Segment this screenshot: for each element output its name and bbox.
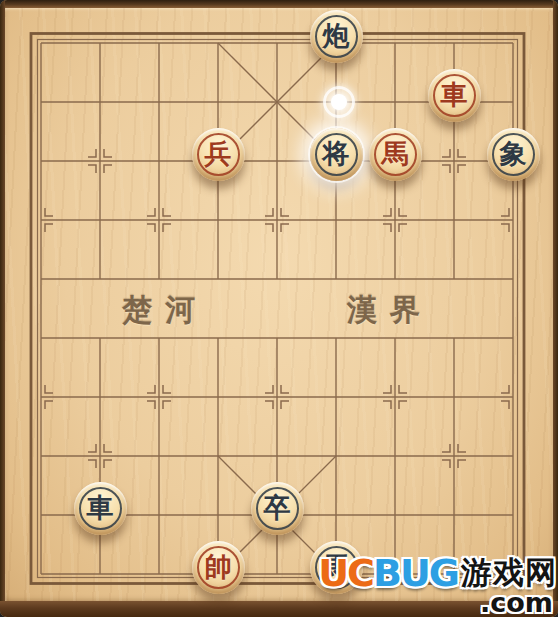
red-soldier[interactable]: 兵 — [192, 128, 245, 181]
black-soldier[interactable]: 卒 — [251, 482, 304, 535]
red-horse-glyph: 馬 — [382, 140, 409, 167]
last-move-indicator[interactable] — [323, 86, 355, 118]
black-elephant-glyph: 象 — [500, 140, 527, 167]
black-general[interactable]: 将 — [310, 128, 363, 181]
black-horse-glyph: 馬 — [323, 553, 350, 580]
black-soldier-glyph: 卒 — [264, 494, 291, 521]
red-chariot-glyph: 車 — [441, 81, 468, 108]
black-chariot[interactable]: 車 — [74, 482, 127, 535]
black-cannon[interactable]: 炮 — [310, 10, 363, 63]
river-label-han: 漢界 — [347, 294, 433, 326]
red-chariot[interactable]: 車 — [428, 69, 481, 122]
red-soldier-glyph: 兵 — [205, 140, 232, 167]
xiangqi-app: 楚河 漢界 炮車兵将馬象車卒帥馬 UCBUG游戏网 .com — [0, 0, 558, 617]
black-elephant[interactable]: 象 — [487, 128, 540, 181]
river-label-chu: 楚河 — [122, 294, 208, 326]
red-horse[interactable]: 馬 — [369, 128, 422, 181]
black-horse[interactable]: 馬 — [310, 541, 363, 594]
black-chariot-glyph: 車 — [87, 494, 114, 521]
black-general-glyph: 将 — [323, 140, 350, 167]
red-general[interactable]: 帥 — [192, 541, 245, 594]
red-general-glyph: 帥 — [205, 553, 232, 580]
black-cannon-glyph: 炮 — [323, 22, 350, 49]
